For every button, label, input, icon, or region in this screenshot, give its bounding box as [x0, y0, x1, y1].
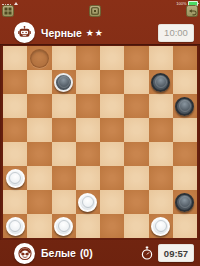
board-cell [3, 46, 27, 70]
difficulty-stars: ★★ [86, 28, 104, 38]
board-cell [173, 166, 197, 190]
white-checker[interactable] [6, 217, 25, 236]
board-cell[interactable] [27, 46, 51, 70]
board-cell [173, 118, 197, 142]
board-cell[interactable] [173, 46, 197, 70]
opponent-name: Черные [41, 27, 82, 39]
board-cell[interactable] [100, 70, 124, 94]
board-cell [173, 214, 197, 238]
undo-button[interactable] [186, 5, 198, 17]
board-cell [52, 46, 76, 70]
board-cell[interactable] [149, 166, 173, 190]
board-cell [27, 70, 51, 94]
board-cell [100, 46, 124, 70]
board-cell[interactable] [52, 118, 76, 142]
board-cell[interactable] [76, 142, 100, 166]
black-checker[interactable] [151, 73, 170, 92]
board-cell [3, 142, 27, 166]
board-cell[interactable] [173, 142, 197, 166]
player-timer: 09:57 [158, 244, 194, 262]
white-checker[interactable] [54, 217, 73, 236]
menu-grid-icon [4, 7, 12, 15]
face-icon [17, 245, 33, 261]
board-cell[interactable] [52, 214, 76, 238]
board-frame [0, 44, 200, 240]
ghost-piece [30, 49, 49, 68]
board-cell[interactable] [100, 214, 124, 238]
wifi-icon [14, 2, 18, 5]
board-cell[interactable] [149, 118, 173, 142]
board-cell [124, 70, 148, 94]
board-cell [76, 214, 100, 238]
board-square-icon [91, 7, 99, 15]
app-screen: 100% [0, 0, 200, 266]
top-player-bar: Черные ★★ 10:00 [0, 21, 200, 44]
board-cell [52, 94, 76, 118]
board-cell [149, 46, 173, 70]
board-cell[interactable] [52, 166, 76, 190]
black-checker[interactable] [175, 193, 194, 212]
player-name: Белые [41, 247, 76, 259]
board-cell[interactable] [124, 190, 148, 214]
board-cell[interactable] [3, 214, 27, 238]
menu-button[interactable] [2, 5, 14, 17]
board-cell [52, 142, 76, 166]
board-cell [27, 166, 51, 190]
board-button[interactable] [89, 5, 101, 17]
board-cell [124, 118, 148, 142]
board-cell[interactable] [52, 70, 76, 94]
board-cell[interactable] [124, 94, 148, 118]
board-cell [27, 214, 51, 238]
board-cell[interactable] [124, 142, 148, 166]
board-cell [100, 190, 124, 214]
board-cell [76, 70, 100, 94]
board-cell [100, 142, 124, 166]
opponent-avatar [14, 22, 35, 43]
board-cell [173, 70, 197, 94]
board-cell[interactable] [27, 190, 51, 214]
opponent-timer: 10:00 [158, 24, 194, 42]
board-cell[interactable] [3, 118, 27, 142]
board-cell [149, 190, 173, 214]
board-cell [149, 142, 173, 166]
board-cell [52, 190, 76, 214]
board-cell[interactable] [100, 118, 124, 142]
board-cell [149, 94, 173, 118]
board-cell[interactable] [124, 46, 148, 70]
bottom-player-bar: Белые (0) 09:57 [0, 240, 200, 266]
board-cell[interactable] [149, 214, 173, 238]
board-cell [76, 166, 100, 190]
board-cell[interactable] [149, 70, 173, 94]
board-cell[interactable] [76, 190, 100, 214]
board-cell[interactable] [173, 94, 197, 118]
board-cell [124, 214, 148, 238]
black-checker[interactable] [175, 97, 194, 116]
board-cell[interactable] [173, 190, 197, 214]
board-cell[interactable] [100, 166, 124, 190]
board-cell[interactable] [3, 166, 27, 190]
battery-percent-label: 100% [176, 1, 186, 6]
board-cell[interactable] [27, 142, 51, 166]
board-cell [124, 166, 148, 190]
robot-icon [17, 25, 32, 40]
white-checker[interactable] [6, 169, 25, 188]
board-cell [3, 94, 27, 118]
white-checker[interactable] [151, 217, 170, 236]
undo-arrow-icon [188, 7, 197, 16]
player-score: (0) [80, 247, 93, 259]
turn-stopwatch-icon [141, 246, 153, 260]
board-cell [76, 118, 100, 142]
black-checker-last-moved[interactable] [54, 73, 73, 92]
board-cell[interactable] [27, 94, 51, 118]
board-cell [100, 94, 124, 118]
board-cell [3, 190, 27, 214]
player-avatar [14, 243, 35, 264]
board-cell[interactable] [76, 94, 100, 118]
board-cell[interactable] [76, 46, 100, 70]
white-checker[interactable] [78, 193, 97, 212]
board-cell [27, 118, 51, 142]
board-cell[interactable] [3, 70, 27, 94]
board-grid [3, 46, 197, 238]
